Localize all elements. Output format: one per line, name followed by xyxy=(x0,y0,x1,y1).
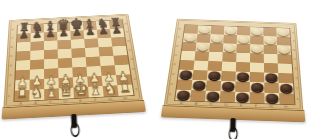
chess-file-label-f: F xyxy=(90,97,102,103)
chess-square-g7[interactable]: ♟ xyxy=(97,29,111,38)
checker-disc-dark[interactable] xyxy=(237,72,249,81)
piece-black-pawn[interactable]: ♟ xyxy=(83,25,97,39)
checkers-square-e5[interactable] xyxy=(236,53,250,63)
checkers-square-b2[interactable] xyxy=(191,80,206,91)
checkers-rank-label-8: 8 xyxy=(176,25,183,31)
chess-rank-label-8: 8 xyxy=(9,26,15,32)
checker-disc-light[interactable] xyxy=(224,44,235,52)
checkers-board: ABCDEFGH 87654321 87654321 xyxy=(162,19,304,122)
checkers-square-a5[interactable] xyxy=(181,51,196,61)
checkers-rank-label-right-5: 5 xyxy=(291,55,298,62)
checkers-square-d6[interactable] xyxy=(223,43,237,52)
checkers-rank-label-right-6: 6 xyxy=(291,46,298,52)
chess-rank-label-3: 3 xyxy=(7,71,14,78)
chess-square-a7[interactable]: ♟ xyxy=(17,33,31,42)
checker-disc-dark[interactable] xyxy=(177,90,190,99)
checkers-rank-label-7: 7 xyxy=(175,34,182,40)
checkers-square-f4[interactable] xyxy=(250,62,264,72)
checker-disc-light[interactable] xyxy=(278,29,289,36)
checkers-rank-label-right-4: 4 xyxy=(292,65,299,72)
piece-black-pawn[interactable]: ♟ xyxy=(17,29,31,43)
checkers-file-label-d: D xyxy=(220,102,231,108)
chess-file-label-g: G xyxy=(105,96,117,102)
chess-file-label-c: C xyxy=(45,99,56,105)
chess-file-label-b: B xyxy=(30,100,41,106)
chess-file-label-a: A xyxy=(15,101,26,107)
piece-black-pawn[interactable]: ♟ xyxy=(70,26,84,40)
checker-disc-light[interactable] xyxy=(251,45,262,53)
checkers-rank-label-5: 5 xyxy=(172,51,179,58)
checkers-square-f6[interactable] xyxy=(250,44,264,53)
checker-disc-dark[interactable] xyxy=(179,70,192,79)
checker-disc-light[interactable] xyxy=(199,26,210,33)
checkers-square-a4[interactable] xyxy=(179,60,194,70)
checkers-rank-label-3: 3 xyxy=(169,70,176,77)
checker-disc-light[interactable] xyxy=(265,37,276,45)
checker-disc-dark[interactable] xyxy=(280,84,292,93)
checkers-grid xyxy=(174,24,295,105)
checkers-square-a2[interactable] xyxy=(177,79,193,90)
chess-rank-label-1: 1 xyxy=(5,92,12,100)
checkers-rank-label-right-3: 3 xyxy=(293,74,300,81)
checkers-square-a6[interactable] xyxy=(182,42,197,51)
chess-box-clasp xyxy=(71,114,77,128)
chess-square-f7[interactable]: ♟ xyxy=(84,30,98,39)
chess-rank-label-5: 5 xyxy=(8,52,15,59)
checkers-rank-label-6: 6 xyxy=(174,42,181,48)
checker-disc-light[interactable] xyxy=(197,43,209,51)
chess-file-label-e: E xyxy=(75,98,87,104)
checkers-square-g2[interactable] xyxy=(264,82,279,93)
checkers-square-c3[interactable] xyxy=(207,71,222,81)
checker-disc-dark[interactable] xyxy=(236,92,248,101)
checkers-file-label-f: F xyxy=(250,103,261,109)
piece-black-pawn[interactable]: ♟ xyxy=(44,27,57,41)
checkers-square-f5[interactable] xyxy=(250,53,264,63)
checkers-rank-label-right-2: 2 xyxy=(293,84,300,91)
checkers-file-label-c: C xyxy=(205,101,217,107)
checkers-square-b3[interactable] xyxy=(192,70,207,80)
chess-file-label-h: H xyxy=(119,95,131,101)
checkers-square-c6[interactable] xyxy=(209,43,223,52)
checker-disc-light[interactable] xyxy=(251,28,262,35)
chess-rank-label-right-8: 8 xyxy=(122,20,129,26)
checkers-square-d2[interactable] xyxy=(221,81,236,92)
chess-rank-label-right-6: 6 xyxy=(125,37,132,44)
checkers-square-b5[interactable] xyxy=(194,51,209,61)
checker-disc-dark[interactable] xyxy=(251,83,263,92)
checkers-square-b4[interactable] xyxy=(193,61,208,71)
checkers-file-label-e: E xyxy=(235,102,246,108)
checkers-square-e4[interactable] xyxy=(236,62,250,72)
checkers-square-g3[interactable] xyxy=(264,73,279,83)
checker-disc-light[interactable] xyxy=(225,27,236,34)
checker-disc-dark[interactable] xyxy=(222,82,234,91)
checkers-rank-label-2: 2 xyxy=(168,80,176,87)
checkers-square-g5[interactable] xyxy=(264,54,278,64)
checkers-board-surface: ABCDEFGH 87654321 87654321 xyxy=(164,19,304,111)
chess-square-d7[interactable]: ♟ xyxy=(57,31,71,40)
checkers-square-c5[interactable] xyxy=(208,52,222,62)
checkers-file-label-h: H xyxy=(280,104,292,110)
chess-rank-label-6: 6 xyxy=(8,43,14,50)
checkers-file-label-b: B xyxy=(190,101,202,107)
checkers-rank-label-1: 1 xyxy=(166,90,174,98)
checkers-square-d4[interactable] xyxy=(222,61,236,71)
chess-square-e7[interactable]: ♟ xyxy=(70,30,84,39)
checkers-square-c4[interactable] xyxy=(208,61,223,71)
checkers-rank-label-right-7: 7 xyxy=(290,38,296,44)
checker-disc-dark[interactable] xyxy=(266,93,278,102)
checkers-rank-label-right-1: 1 xyxy=(294,95,301,103)
chess-board-surface: ♜♞♝♛♚♝♞♜♟♟♟♟♟♟♟♟♟♟♟♟♟♟♟♟♜♞♝♛♚♝♞♜ ABCDEFG… xyxy=(3,14,143,108)
chess-square-c7[interactable]: ♟ xyxy=(44,32,57,41)
checker-disc-light[interactable] xyxy=(238,36,249,43)
checkers-rank-label-4: 4 xyxy=(171,60,178,67)
chess-square-b7[interactable]: ♟ xyxy=(31,32,44,41)
piece-black-pawn[interactable]: ♟ xyxy=(31,28,44,42)
checkers-square-b6[interactable] xyxy=(195,42,209,51)
checkers-file-label-a: A xyxy=(175,100,187,106)
checkers-square-e2[interactable] xyxy=(235,81,250,92)
chess-board: ♜♞♝♛♚♝♞♜♟♟♟♟♟♟♟♟♟♟♟♟♟♟♟♟♜♞♝♛♚♝♞♜ ABCDEFG… xyxy=(3,14,145,120)
checkers-square-f3[interactable] xyxy=(250,72,264,82)
checker-disc-light[interactable] xyxy=(211,35,222,42)
chess-rank-label-right-5: 5 xyxy=(126,46,133,53)
checkers-rank-label-right-8: 8 xyxy=(290,29,296,35)
checkers-square-c2[interactable] xyxy=(206,80,221,91)
checkers-square-f2[interactable] xyxy=(250,82,265,93)
scene: ♜♞♝♛♚♝♞♜♟♟♟♟♟♟♟♟♟♟♟♟♟♟♟♟♜♞♝♛♚♝♞♜ ABCDEFG… xyxy=(0,0,310,139)
chess-rank-label-right-3: 3 xyxy=(129,65,137,72)
chess-grid: ♜♞♝♛♚♝♞♜♟♟♟♟♟♟♟♟♟♟♟♟♟♟♟♟♜♞♝♛♚♝♞♜ xyxy=(13,19,134,102)
checker-disc-dark[interactable] xyxy=(193,81,206,90)
checkers-box-clasp xyxy=(230,118,236,132)
checkers-square-e6[interactable] xyxy=(236,44,250,53)
checker-disc-light[interactable] xyxy=(184,34,196,41)
checkers-square-d5[interactable] xyxy=(222,52,236,62)
chess-rank-label-7: 7 xyxy=(9,35,15,41)
piece-black-pawn[interactable]: ♟ xyxy=(57,27,71,41)
chess-rank-label-right-2: 2 xyxy=(131,75,139,82)
checkers-square-a3[interactable] xyxy=(178,70,193,80)
checker-disc-dark[interactable] xyxy=(208,71,220,80)
checker-disc-light[interactable] xyxy=(278,46,290,54)
chess-file-label-d: D xyxy=(60,98,71,104)
chess-rank-label-right-4: 4 xyxy=(128,55,135,62)
chess-rank-label-4: 4 xyxy=(7,62,14,69)
checker-disc-dark[interactable] xyxy=(206,91,219,100)
chess-rank-label-right-1: 1 xyxy=(132,85,140,93)
chess-rank-label-2: 2 xyxy=(6,81,13,89)
checkers-square-e3[interactable] xyxy=(235,72,249,82)
checkers-square-g6[interactable] xyxy=(264,45,278,54)
checkers-square-d3[interactable] xyxy=(221,71,236,81)
chess-rank-label-right-7: 7 xyxy=(124,29,131,35)
checkers-file-label-g: G xyxy=(265,103,276,109)
checker-disc-dark[interactable] xyxy=(265,73,277,82)
checkers-square-g4[interactable] xyxy=(264,63,278,73)
